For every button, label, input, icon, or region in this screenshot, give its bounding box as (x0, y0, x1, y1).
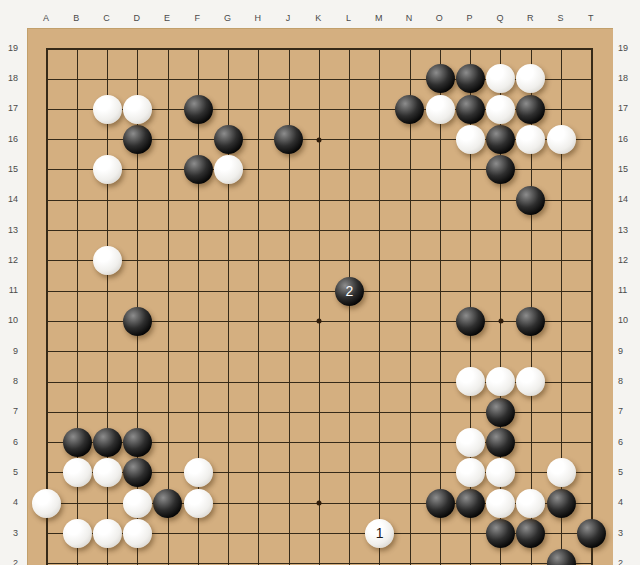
column-label-F: F (192, 13, 202, 23)
move-number-label: 2 (346, 284, 354, 298)
row-label-right-4: 4 (618, 497, 636, 507)
stone-white-Q4 (486, 489, 515, 518)
go-diagram: ABCDEFGHJKLMNOPQRST 19181716151413121110… (0, 0, 640, 565)
stone-white-A4 (32, 489, 61, 518)
stone-black-P17 (456, 95, 485, 124)
stone-grid: 21 (32, 34, 607, 565)
row-label-right-18: 18 (618, 73, 636, 83)
row-label-right-12: 12 (618, 255, 636, 265)
row-label-right-11: 11 (618, 285, 636, 295)
column-label-J: J (283, 13, 293, 23)
row-label-right-5: 5 (618, 467, 636, 477)
stone-white-G15 (214, 155, 243, 184)
row-label-left-15: 15 (0, 164, 18, 174)
row-label-left-8: 8 (0, 376, 18, 386)
stone-white-Q18 (486, 64, 515, 93)
row-label-left-14: 14 (0, 194, 18, 204)
stone-white-C3 (93, 519, 122, 548)
column-label-E: E (162, 13, 172, 23)
column-label-K: K (313, 13, 323, 23)
stone-white-P5 (456, 458, 485, 487)
row-label-left-6: 6 (0, 437, 18, 447)
go-board[interactable]: 21 (27, 28, 613, 565)
stone-black-Q3 (486, 519, 515, 548)
stone-black-P10 (456, 307, 485, 336)
stone-black-S4 (547, 489, 576, 518)
column-label-T: T (586, 13, 596, 23)
row-label-left-19: 19 (0, 43, 18, 53)
stone-white-F5 (184, 458, 213, 487)
stone-black-Q6 (486, 428, 515, 457)
row-label-right-10: 10 (618, 315, 636, 325)
stone-white-B5 (63, 458, 92, 487)
stone-black-R14 (516, 186, 545, 215)
row-label-left-18: 18 (0, 73, 18, 83)
row-label-left-5: 5 (0, 467, 18, 477)
row-label-left-7: 7 (0, 406, 18, 416)
column-label-M: M (374, 13, 384, 23)
row-label-right-9: 9 (618, 346, 636, 356)
column-label-H: H (253, 13, 263, 23)
stone-white-P16 (456, 125, 485, 154)
row-label-right-16: 16 (618, 134, 636, 144)
column-label-S: S (555, 13, 565, 23)
stone-black-N17 (395, 95, 424, 124)
stone-black-R17 (516, 95, 545, 124)
stone-black-J16 (274, 125, 303, 154)
column-label-B: B (71, 13, 81, 23)
stone-black-T3 (577, 519, 606, 548)
column-label-C: C (102, 13, 112, 23)
stone-black-E4 (153, 489, 182, 518)
stone-black-R3 (516, 519, 545, 548)
stone-white-C12 (93, 246, 122, 275)
stone-white-C15 (93, 155, 122, 184)
stone-white-Q17 (486, 95, 515, 124)
stone-black-D16 (123, 125, 152, 154)
stone-black-Q15 (486, 155, 515, 184)
row-label-left-3: 3 (0, 528, 18, 538)
row-label-right-14: 14 (618, 194, 636, 204)
row-label-right-19: 19 (618, 43, 636, 53)
stone-black-S2 (547, 549, 576, 565)
stone-white-D3 (123, 519, 152, 548)
row-label-left-10: 10 (0, 315, 18, 325)
stone-black-C6 (93, 428, 122, 457)
column-label-O: O (434, 13, 444, 23)
row-label-left-11: 11 (0, 285, 18, 295)
stone-white-D4 (123, 489, 152, 518)
stone-white-O17 (426, 95, 455, 124)
row-label-right-2: 2 (618, 558, 636, 565)
stone-white-D17 (123, 95, 152, 124)
stone-black-Q16 (486, 125, 515, 154)
stone-white-M3: 1 (365, 519, 394, 548)
stone-black-O18 (426, 64, 455, 93)
stone-white-B3 (63, 519, 92, 548)
row-label-left-16: 16 (0, 134, 18, 144)
stone-black-R10 (516, 307, 545, 336)
column-label-L: L (344, 13, 354, 23)
column-label-N: N (404, 13, 414, 23)
row-label-right-8: 8 (618, 376, 636, 386)
row-label-left-17: 17 (0, 103, 18, 113)
column-label-R: R (525, 13, 535, 23)
row-label-right-13: 13 (618, 225, 636, 235)
stone-black-G16 (214, 125, 243, 154)
stone-black-P4 (456, 489, 485, 518)
stone-black-P18 (456, 64, 485, 93)
row-label-left-4: 4 (0, 497, 18, 507)
stone-white-F4 (184, 489, 213, 518)
stone-black-D5 (123, 458, 152, 487)
column-label-A: A (41, 13, 51, 23)
move-number-label: 1 (376, 526, 384, 540)
row-label-right-7: 7 (618, 406, 636, 416)
stone-white-C17 (93, 95, 122, 124)
stone-white-P8 (456, 367, 485, 396)
column-label-G: G (223, 13, 233, 23)
stone-black-D6 (123, 428, 152, 457)
column-label-P: P (465, 13, 475, 23)
stone-white-P6 (456, 428, 485, 457)
row-label-left-13: 13 (0, 225, 18, 235)
stone-white-Q8 (486, 367, 515, 396)
stone-white-R16 (516, 125, 545, 154)
stone-black-L11: 2 (335, 277, 364, 306)
row-label-left-2: 2 (0, 558, 18, 565)
column-label-Q: Q (495, 13, 505, 23)
row-label-right-15: 15 (618, 164, 636, 174)
stone-black-Q7 (486, 398, 515, 427)
column-label-D: D (132, 13, 142, 23)
stone-white-C5 (93, 458, 122, 487)
stone-white-Q5 (486, 458, 515, 487)
row-label-right-17: 17 (618, 103, 636, 113)
row-label-left-12: 12 (0, 255, 18, 265)
stone-black-O4 (426, 489, 455, 518)
row-label-right-6: 6 (618, 437, 636, 447)
stone-white-R8 (516, 367, 545, 396)
stone-white-R4 (516, 489, 545, 518)
stone-black-B6 (63, 428, 92, 457)
row-label-right-3: 3 (618, 528, 636, 538)
stone-black-F15 (184, 155, 213, 184)
stone-white-R18 (516, 64, 545, 93)
row-label-left-9: 9 (0, 346, 18, 356)
stone-white-S5 (547, 458, 576, 487)
stone-white-S16 (547, 125, 576, 154)
stone-black-D10 (123, 307, 152, 336)
stone-black-F17 (184, 95, 213, 124)
